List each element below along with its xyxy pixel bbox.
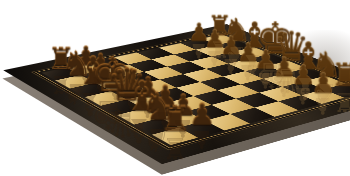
chess-set-photo: ♜♞♝♛♚♝♞♜♟♟♟♟♟♟♟♟♟♟♟♟♟♟♟♟♜♞♝♛♚♝♞♜ ♜♞♝♛♚♝♞… [0, 0, 350, 176]
chess-board: ♜♞♝♛♚♝♞♜♟♟♟♟♟♟♟♟♟♟♟♟♟♟♟♟♜♞♝♛♚♝♞♜ [3, 24, 350, 164]
